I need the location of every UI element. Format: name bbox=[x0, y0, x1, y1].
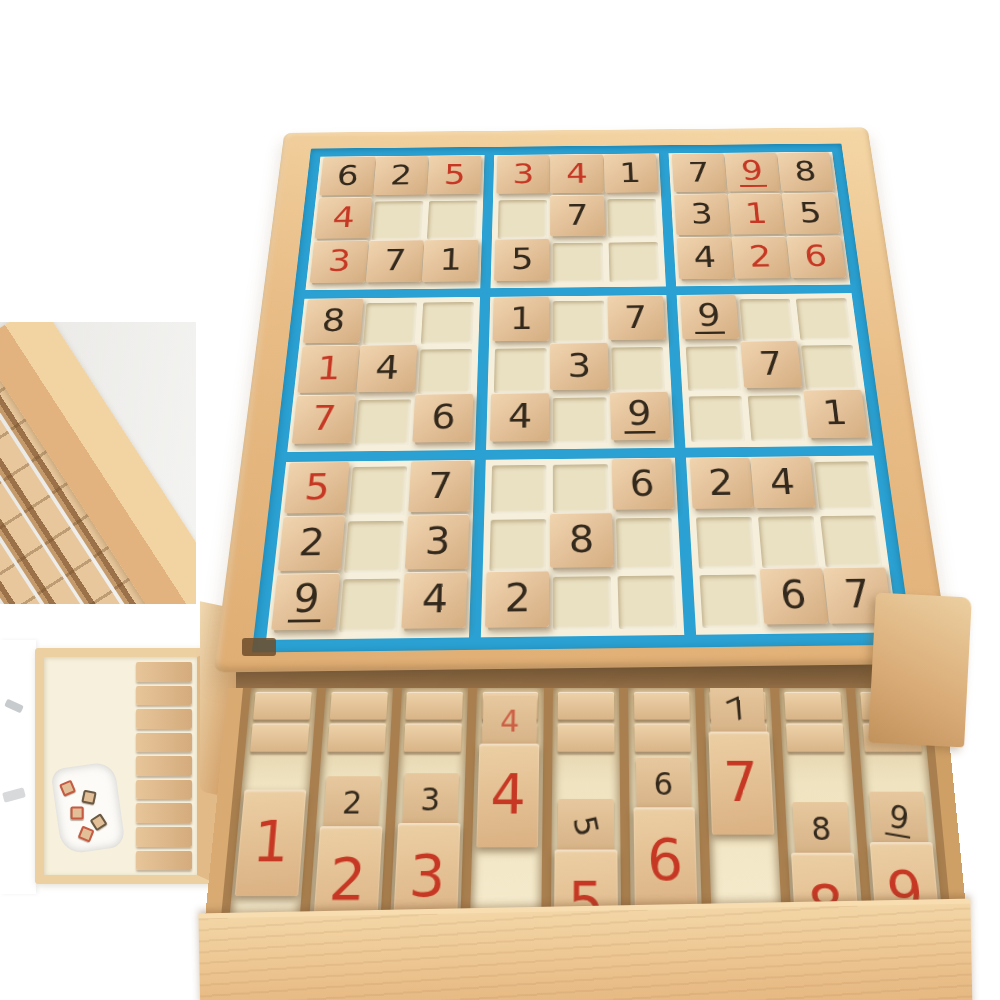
board-box: 572394 bbox=[266, 460, 475, 640]
board-cell: 7 bbox=[294, 400, 352, 446]
bagged-tile bbox=[90, 813, 108, 831]
board-cell bbox=[553, 301, 605, 343]
board-cell: 3 bbox=[312, 245, 366, 285]
number-tile[interactable]: 4 bbox=[551, 154, 604, 194]
tile-digit: 8 bbox=[320, 305, 346, 336]
tile-digit: 3 bbox=[424, 523, 451, 560]
board-cell: 5 bbox=[430, 159, 480, 196]
number-tile[interactable]: 8 bbox=[792, 802, 851, 857]
number-tile[interactable]: 6 bbox=[633, 807, 698, 914]
number-tile[interactable]: 2 bbox=[689, 457, 753, 509]
number-tile[interactable]: 3 bbox=[674, 194, 730, 235]
board-box: 798315426 bbox=[668, 152, 850, 287]
board-cell: 6 bbox=[763, 573, 826, 627]
drawer-slot: 33 bbox=[389, 688, 468, 935]
board-cell: 9 bbox=[727, 157, 778, 194]
board-cell: 7 bbox=[743, 346, 799, 390]
tile-digit: 2 bbox=[707, 465, 734, 501]
board-box: 682 bbox=[481, 458, 684, 638]
tile-digit: 3 bbox=[690, 200, 714, 228]
board-cell: 3 bbox=[677, 198, 728, 237]
bagged-tile bbox=[71, 807, 84, 820]
tile-digit: 1 bbox=[315, 353, 342, 385]
board-cell: 6 bbox=[614, 464, 671, 513]
board-grid: 6254371341757983154268147617349971572394… bbox=[252, 144, 913, 653]
tile-digit: 4 bbox=[768, 464, 796, 500]
number-tile[interactable]: 2 bbox=[323, 776, 381, 830]
tile-digit: 7 bbox=[722, 692, 753, 727]
number-tile[interactable]: 1 bbox=[803, 389, 868, 438]
board-cell: 2 bbox=[734, 241, 788, 281]
blank-tile[interactable] bbox=[558, 724, 615, 752]
bagged-tile bbox=[81, 790, 96, 805]
board-cell bbox=[418, 349, 472, 393]
tile-digit: 2 bbox=[389, 162, 413, 189]
board-cell: 1 bbox=[300, 350, 357, 394]
instruction-card-edge bbox=[0, 640, 36, 894]
board-cell bbox=[494, 348, 547, 392]
board-cell: 1 bbox=[731, 198, 783, 237]
number-tile[interactable]: 3 bbox=[310, 240, 369, 283]
board-cell: 7 bbox=[411, 466, 468, 515]
blank-tile[interactable] bbox=[404, 724, 462, 752]
blank-tile[interactable] bbox=[327, 724, 385, 752]
tile-digit: 8 bbox=[810, 814, 832, 846]
board-cell bbox=[685, 346, 740, 390]
number-tile[interactable]: 1 bbox=[728, 193, 785, 234]
number-tile[interactable]: 8 bbox=[303, 298, 364, 343]
drawer-slot: 77 bbox=[704, 688, 783, 935]
board-cell bbox=[607, 199, 657, 238]
tile-digit: 7 bbox=[624, 302, 648, 333]
board-cell bbox=[349, 466, 408, 515]
number-tile[interactable]: 4 bbox=[357, 345, 418, 392]
tile-drawer[interactable]: 12233445566778899 bbox=[203, 688, 968, 935]
tile-digit: 3 bbox=[512, 161, 534, 188]
number-tile[interactable]: 8 bbox=[777, 152, 834, 192]
number-tile[interactable]: 7 bbox=[551, 195, 605, 236]
tile-digit: 5 bbox=[303, 469, 331, 505]
board-cell bbox=[814, 461, 875, 510]
board-cell bbox=[699, 574, 760, 628]
number-tile[interactable]: 6 bbox=[786, 235, 846, 278]
inset-drawer-closeup bbox=[0, 322, 196, 604]
number-tile[interactable]: 4 bbox=[402, 571, 468, 629]
board-cell: 6 bbox=[415, 399, 471, 445]
number-tile[interactable]: 1 bbox=[422, 239, 479, 282]
number-tile[interactable]: 6 bbox=[319, 156, 376, 196]
tile-digit: 5 bbox=[798, 199, 823, 227]
inset-slat bbox=[136, 709, 192, 729]
tile-digit: 7 bbox=[758, 348, 785, 380]
tile-digit: 9 bbox=[885, 800, 913, 838]
inset-slat bbox=[136, 686, 192, 706]
number-tile[interactable]: 9 bbox=[724, 152, 780, 192]
board-cell bbox=[344, 521, 404, 573]
board-cell: 4 bbox=[359, 350, 415, 394]
number-tile[interactable]: 7 bbox=[292, 394, 356, 444]
tile-digit: 9 bbox=[737, 157, 767, 187]
board-cell bbox=[553, 576, 611, 630]
board-cell: 4 bbox=[753, 462, 813, 511]
tile-digit: 5 bbox=[569, 813, 604, 839]
board-cell: 7 bbox=[610, 300, 663, 342]
board-cell: 3 bbox=[553, 348, 606, 392]
board-cell: 1 bbox=[606, 158, 655, 195]
board-cell bbox=[553, 242, 603, 282]
number-tile[interactable]: 9 bbox=[609, 391, 670, 440]
inset-slat-stacks bbox=[136, 662, 192, 870]
board-cell bbox=[491, 465, 547, 514]
blank-tile[interactable] bbox=[785, 692, 843, 720]
number-tile[interactable]: 9 bbox=[680, 294, 739, 339]
number-tile[interactable]: 4 bbox=[676, 236, 734, 279]
inset-slat bbox=[136, 662, 192, 682]
number-tile[interactable]: 5 bbox=[427, 155, 481, 195]
board-frame: 6254371341757983154268147617349971572394… bbox=[213, 127, 951, 672]
bagged-tile bbox=[78, 826, 95, 843]
tile-digit: 5 bbox=[443, 161, 466, 188]
number-tile[interactable]: 4 bbox=[490, 392, 549, 441]
board-cell bbox=[608, 242, 659, 282]
number-tile[interactable]: 4 bbox=[315, 197, 373, 238]
number-tile[interactable]: 4 bbox=[482, 696, 537, 748]
box-right-corner bbox=[868, 593, 972, 748]
board-cell: 5 bbox=[784, 197, 837, 236]
drawer-slot: 22 bbox=[309, 688, 393, 935]
blank-tile[interactable] bbox=[634, 692, 691, 720]
tile-digit: 3 bbox=[420, 784, 441, 815]
board-cell: 3 bbox=[499, 159, 547, 196]
board-cell: 5 bbox=[497, 243, 547, 283]
tile-digit: 4 bbox=[693, 243, 718, 272]
board-cell bbox=[427, 201, 478, 240]
board-cell bbox=[553, 464, 609, 513]
drawer-slot: 44 bbox=[470, 688, 544, 935]
board-cell bbox=[739, 299, 794, 341]
number-tile[interactable]: 2 bbox=[731, 236, 790, 279]
board-cell: 4 bbox=[493, 398, 547, 444]
board-cell bbox=[355, 399, 412, 445]
tile-digit: 8 bbox=[793, 158, 818, 185]
number-tile[interactable]: 8 bbox=[550, 513, 613, 568]
tile-digit: 2 bbox=[297, 524, 326, 561]
number-tile[interactable]: 9 bbox=[271, 573, 340, 631]
number-tile[interactable]: 6 bbox=[759, 567, 828, 624]
board-cell: 3 bbox=[408, 520, 467, 572]
number-tile[interactable]: 3 bbox=[405, 514, 469, 569]
tile-digit: 6 bbox=[653, 769, 673, 800]
tile-digit: 9 bbox=[694, 300, 725, 334]
number-tile[interactable]: 3 bbox=[550, 343, 608, 390]
blank-tile[interactable] bbox=[558, 692, 614, 720]
board-cell bbox=[617, 575, 677, 629]
board-cell bbox=[498, 200, 547, 239]
tile-digit: 6 bbox=[430, 401, 456, 435]
drawer-slot: 66 bbox=[628, 688, 702, 935]
blank-tile[interactable] bbox=[250, 724, 309, 752]
board-cell: 6 bbox=[322, 161, 373, 198]
board-cell bbox=[747, 395, 805, 441]
tile-digit: 1 bbox=[821, 397, 849, 431]
number-tile[interactable]: 7 bbox=[607, 295, 665, 340]
board-box: 17349 bbox=[486, 295, 674, 450]
tile-digit: 9 bbox=[624, 397, 656, 434]
board-cell: 2 bbox=[280, 522, 341, 574]
board-cell bbox=[696, 517, 756, 568]
tile-digit: 1 bbox=[619, 160, 642, 187]
tile-digit: 2 bbox=[327, 851, 367, 910]
card-print-mark bbox=[2, 787, 26, 802]
inset-slat bbox=[136, 803, 192, 823]
tile-digit: 1 bbox=[251, 814, 292, 871]
number-tile[interactable]: 6 bbox=[611, 458, 673, 510]
board-cell bbox=[801, 345, 858, 389]
board-cell bbox=[611, 347, 665, 391]
board-cell: 4 bbox=[553, 158, 601, 195]
board-cell: 8 bbox=[780, 156, 832, 193]
inset-slat bbox=[136, 756, 192, 776]
board-cell bbox=[796, 298, 852, 340]
tile-digit: 3 bbox=[327, 247, 352, 276]
number-tile[interactable]: 7 bbox=[710, 688, 766, 736]
tile-digit: 4 bbox=[500, 707, 520, 737]
inset-slat bbox=[136, 780, 192, 800]
board-cell bbox=[688, 396, 745, 442]
bagged-tile bbox=[59, 780, 76, 797]
blank-tile[interactable] bbox=[786, 724, 844, 752]
number-tile[interactable]: 7 bbox=[708, 732, 774, 835]
board-box: 81476 bbox=[287, 297, 480, 452]
drawer-slot: 55 bbox=[550, 688, 621, 935]
board-cell: 7 bbox=[368, 244, 421, 284]
blank-tile[interactable] bbox=[406, 692, 463, 720]
tile-digit: 3 bbox=[408, 847, 447, 906]
blank-tile[interactable] bbox=[253, 692, 311, 720]
board-cell bbox=[421, 302, 474, 345]
number-tile[interactable]: 2 bbox=[485, 570, 549, 628]
board-cell bbox=[616, 518, 674, 569]
tile-digit: 7 bbox=[383, 246, 408, 275]
number-tile[interactable]: 6 bbox=[636, 758, 692, 812]
tile-digit: 2 bbox=[748, 243, 773, 272]
tile-digit: 6 bbox=[803, 242, 829, 271]
board-cell: 4 bbox=[679, 241, 732, 281]
number-tile[interactable]: 3 bbox=[497, 154, 550, 194]
tile-digit: 9 bbox=[288, 580, 325, 623]
number-tile[interactable]: 9 bbox=[869, 792, 929, 847]
number-tile[interactable]: 7 bbox=[740, 341, 802, 388]
tile-digit: 4 bbox=[421, 580, 449, 619]
number-tile[interactable]: 5 bbox=[782, 193, 840, 234]
product-photo: 6254371341757983154268147617349971572394… bbox=[200, 50, 972, 1000]
board-cell: 1 bbox=[424, 244, 476, 284]
drawer-pull-notch bbox=[242, 638, 276, 656]
card-print-mark bbox=[4, 699, 24, 714]
tile-digit: 4 bbox=[490, 767, 527, 823]
tile-digit: 4 bbox=[331, 204, 356, 232]
board-cell bbox=[553, 397, 607, 443]
board-cell: 1 bbox=[806, 394, 865, 440]
number-tile[interactable]: 7 bbox=[366, 239, 424, 282]
tile-digit: 1 bbox=[439, 246, 463, 275]
board-cell: 9 bbox=[683, 299, 737, 341]
tile-digit: 4 bbox=[508, 400, 533, 434]
tile-digit: 4 bbox=[566, 160, 588, 187]
drawer-slot: 1 bbox=[228, 688, 318, 935]
tile-digit: 8 bbox=[569, 521, 595, 558]
board-cell: 1 bbox=[495, 301, 547, 344]
tile-digit: 2 bbox=[341, 788, 363, 819]
number-tile[interactable]: 2 bbox=[278, 516, 345, 571]
tile-bag bbox=[50, 761, 125, 855]
tile-digit: 7 bbox=[566, 201, 588, 229]
board-cell: 5 bbox=[287, 467, 347, 516]
tile-digit: 7 bbox=[722, 755, 760, 811]
board-cell: 4 bbox=[317, 202, 370, 241]
number-tile[interactable]: 7 bbox=[671, 153, 726, 193]
inset-slat bbox=[136, 851, 192, 871]
number-tile[interactable]: 1 bbox=[235, 790, 306, 896]
board-cell bbox=[490, 519, 547, 570]
tile-digit: 4 bbox=[374, 352, 400, 384]
board-cell: 7 bbox=[674, 157, 724, 194]
tile-digit: 6 bbox=[629, 466, 655, 502]
board-cell bbox=[363, 303, 417, 346]
tile-digit: 6 bbox=[647, 831, 684, 889]
drawer-slots: 12233445566778899 bbox=[203, 688, 968, 935]
board-cell bbox=[820, 516, 882, 567]
tile-digit: 7 bbox=[687, 159, 710, 186]
board-cell: 2 bbox=[692, 463, 750, 512]
number-tile[interactable]: 5 bbox=[558, 799, 614, 854]
board-box: 34175 bbox=[491, 153, 666, 288]
blank-tile[interactable] bbox=[330, 692, 388, 720]
drawer-front-panel[interactable] bbox=[198, 899, 973, 1000]
board-cell: 4 bbox=[404, 578, 464, 632]
number-tile[interactable]: 5 bbox=[284, 461, 350, 514]
board-cell: 2 bbox=[376, 160, 427, 197]
number-tile[interactable]: 1 bbox=[493, 296, 550, 341]
sudoku-board: 6254371341757983154268147617349971572394… bbox=[213, 127, 951, 672]
board-box: 6254371 bbox=[305, 155, 484, 290]
inset-slat bbox=[136, 827, 192, 847]
board-cell: 8 bbox=[553, 519, 610, 570]
board-cell bbox=[372, 201, 424, 240]
tile-digit: 6 bbox=[779, 576, 809, 615]
number-tile[interactable]: 3 bbox=[402, 773, 459, 827]
board-cell: 8 bbox=[305, 303, 360, 346]
tile-digit: 7 bbox=[427, 468, 453, 504]
inset-box bbox=[35, 648, 217, 884]
board-cell: 2 bbox=[488, 577, 546, 631]
inset-slat bbox=[136, 733, 192, 753]
number-tile[interactable]: 1 bbox=[603, 153, 657, 193]
tile-digit: 7 bbox=[310, 402, 337, 436]
board-box: 971 bbox=[676, 293, 872, 448]
board-cell bbox=[339, 578, 401, 632]
number-tile[interactable]: 7 bbox=[408, 460, 471, 512]
number-tile[interactable]: 2 bbox=[373, 156, 428, 196]
number-tile[interactable]: 4 bbox=[750, 456, 815, 508]
board-box: 2467 bbox=[686, 455, 898, 634]
number-tile[interactable]: 5 bbox=[494, 238, 549, 281]
number-tile[interactable]: 6 bbox=[413, 393, 474, 442]
drawer-slot: 88 bbox=[779, 688, 863, 935]
tile-digit: 3 bbox=[567, 350, 591, 382]
tile-digit: 1 bbox=[744, 200, 769, 228]
tile-digit: 6 bbox=[336, 162, 360, 189]
blank-tile[interactable] bbox=[634, 724, 691, 752]
tile-digit: 5 bbox=[511, 245, 534, 274]
tile-digit: 2 bbox=[504, 579, 531, 618]
inset-open-box-overhead bbox=[35, 648, 217, 884]
board-cell: 6 bbox=[789, 240, 844, 280]
number-tile[interactable]: 1 bbox=[297, 345, 359, 392]
board-cell bbox=[758, 516, 819, 567]
tile-digit: 7 bbox=[842, 575, 873, 614]
board-cell: 9 bbox=[612, 396, 667, 442]
board-cell: 9 bbox=[274, 579, 337, 633]
number-tile[interactable]: 4 bbox=[476, 744, 540, 848]
tile-digit: 1 bbox=[510, 303, 534, 334]
board-cell: 7 bbox=[553, 200, 602, 239]
